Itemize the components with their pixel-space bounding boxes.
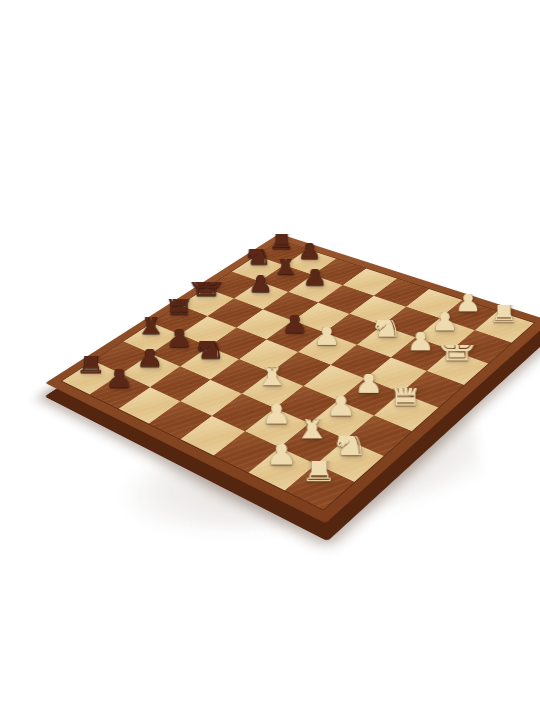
chess-board: ♜♟♟♜♞♝♟♟♟♞♟♚♚♟♟♛♟♛♝♟♞♝♟♟♟♝♞♜♟♟♜ (45, 234, 540, 523)
black-knight-c6[interactable]: ♞ (188, 341, 230, 383)
scene: ♜♟♟♜♞♝♟♟♟♞♟♚♚♟♟♛♟♛♝♟♞♝♟♟♟♝♞♜♟♟♜ (0, 0, 540, 720)
square-h1[interactable]: ♜ (475, 311, 534, 343)
board-squares: ♜♟♟♜♞♝♟♟♟♞♟♚♚♟♟♛♟♛♝♟♞♝♟♟♟♝♞♜♟♟♜ (62, 241, 534, 510)
white-rook-a1[interactable]: ♜ (294, 461, 343, 510)
chessboard-product-photo: ♜♟♟♜♞♝♟♟♟♞♟♚♚♟♟♛♟♛♝♟♞♝♟♟♟♝♞♜♟♟♜ (0, 0, 540, 720)
